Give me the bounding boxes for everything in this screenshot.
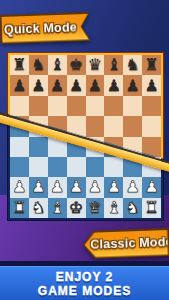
square-e2[interactable]: ♟ <box>86 177 105 197</box>
piece-black-pawn: ♟ <box>69 77 83 93</box>
piece-white-bishop: ♝ <box>50 199 64 215</box>
square-a8[interactable]: ♜ <box>10 55 29 75</box>
square-h2[interactable]: ♟ <box>142 177 161 197</box>
square-d7[interactable]: ♟ <box>67 75 86 95</box>
square-d6[interactable] <box>67 96 86 116</box>
square-f7[interactable]: ♟ <box>104 75 123 95</box>
square-e5[interactable] <box>86 116 105 136</box>
square-b1[interactable]: ♞ <box>29 198 48 218</box>
piece-black-bishop: ♝ <box>50 57 64 73</box>
square-h7[interactable]: ♟ <box>142 75 161 95</box>
quick-mode-banner-face: Quick Mode <box>1 13 89 42</box>
piece-white-king: ♚ <box>69 199 83 215</box>
quick-mode-label: Quick Mode <box>4 20 77 37</box>
square-d1[interactable]: ♚ <box>67 198 86 218</box>
classic-mode-banner[interactable]: Classic Mode <box>83 228 169 259</box>
app-screen: ♜♞♝♚♛♝♞♜♟♟♟♟♟♟♟♟♟♟♟♟♟♟♟♟♜♞♝♚♛♝♞♜ ♜♞♝♚♛♝♞… <box>0 0 169 300</box>
cta-line-1: ENJOY 2 <box>56 270 113 284</box>
piece-black-rook: ♜ <box>12 57 26 73</box>
piece-black-pawn: ♟ <box>12 77 26 93</box>
piece-white-bishop: ♝ <box>107 199 121 215</box>
square-c3[interactable] <box>48 157 67 177</box>
square-f6[interactable] <box>104 96 123 116</box>
square-g8[interactable]: ♞ <box>123 55 142 75</box>
piece-white-knight: ♞ <box>126 199 140 215</box>
piece-white-pawn: ♟ <box>144 179 158 195</box>
piece-white-pawn: ♟ <box>126 179 140 195</box>
square-d3[interactable] <box>67 157 86 177</box>
square-g5[interactable] <box>123 116 142 136</box>
square-e3[interactable] <box>86 157 105 177</box>
square-c2[interactable]: ♟ <box>48 177 67 197</box>
square-d8[interactable]: ♚ <box>67 55 86 75</box>
square-a1[interactable]: ♜ <box>10 198 29 218</box>
piece-white-rook: ♜ <box>12 199 26 215</box>
square-e1[interactable]: ♛ <box>86 198 105 218</box>
square-d2[interactable]: ♟ <box>67 177 86 197</box>
square-e7[interactable]: ♟ <box>86 75 105 95</box>
piece-black-knight: ♞ <box>31 57 45 73</box>
square-b7[interactable]: ♟ <box>29 75 48 95</box>
piece-black-bishop: ♝ <box>107 57 121 73</box>
square-h8[interactable]: ♜ <box>142 55 161 75</box>
square-b3[interactable] <box>29 157 48 177</box>
piece-black-king: ♚ <box>69 57 83 73</box>
square-a7[interactable]: ♟ <box>10 75 29 95</box>
piece-white-pawn: ♟ <box>31 179 45 195</box>
piece-white-pawn: ♟ <box>107 179 121 195</box>
piece-black-pawn: ♟ <box>126 77 140 93</box>
square-b4[interactable] <box>29 137 48 157</box>
piece-white-pawn: ♟ <box>50 179 64 195</box>
square-g6[interactable] <box>123 96 142 116</box>
piece-black-pawn: ♟ <box>107 77 121 93</box>
square-b6[interactable] <box>29 96 48 116</box>
piece-black-pawn: ♟ <box>31 77 45 93</box>
square-h1[interactable]: ♜ <box>142 198 161 218</box>
square-a4[interactable] <box>10 137 29 157</box>
piece-black-pawn: ♟ <box>88 77 102 93</box>
piece-white-rook: ♜ <box>144 199 158 215</box>
cta-bar: ENJOY 2 GAME MODES <box>0 266 169 300</box>
square-c6[interactable] <box>48 96 67 116</box>
piece-black-queen: ♛ <box>88 57 102 73</box>
square-f3[interactable] <box>104 157 123 177</box>
cta-line-2: GAME MODES <box>38 284 131 298</box>
square-a3[interactable] <box>10 157 29 177</box>
square-f1[interactable]: ♝ <box>104 198 123 218</box>
square-h5[interactable] <box>142 116 161 136</box>
piece-black-pawn: ♟ <box>50 77 64 93</box>
classic-mode-banner-outline: Classic Mode <box>83 228 169 259</box>
square-a6[interactable] <box>10 96 29 116</box>
piece-white-pawn: ♟ <box>69 179 83 195</box>
square-c7[interactable]: ♟ <box>48 75 67 95</box>
square-e8[interactable]: ♛ <box>86 55 105 75</box>
square-b2[interactable]: ♟ <box>29 177 48 197</box>
square-f8[interactable]: ♝ <box>104 55 123 75</box>
square-b8[interactable]: ♞ <box>29 55 48 75</box>
quick-mode-banner[interactable]: Quick Mode <box>0 12 90 44</box>
square-g7[interactable]: ♟ <box>123 75 142 95</box>
piece-white-pawn: ♟ <box>88 179 102 195</box>
square-c8[interactable]: ♝ <box>48 55 67 75</box>
piece-black-rook: ♜ <box>144 57 158 73</box>
classic-mode-banner-face: Classic Mode <box>84 230 168 258</box>
square-e6[interactable] <box>86 96 105 116</box>
square-c1[interactable]: ♝ <box>48 198 67 218</box>
piece-black-knight: ♞ <box>126 57 140 73</box>
classic-mode-label: Classic Mode <box>90 235 169 252</box>
square-f5[interactable] <box>104 116 123 136</box>
square-h6[interactable] <box>142 96 161 116</box>
piece-white-pawn: ♟ <box>12 179 26 195</box>
piece-white-knight: ♞ <box>31 199 45 215</box>
quick-mode-banner-outline: Quick Mode <box>0 12 90 44</box>
square-f2[interactable]: ♟ <box>104 177 123 197</box>
square-a2[interactable]: ♟ <box>10 177 29 197</box>
piece-black-pawn: ♟ <box>144 77 158 93</box>
square-g1[interactable]: ♞ <box>123 198 142 218</box>
piece-white-queen: ♛ <box>88 199 102 215</box>
square-g2[interactable]: ♟ <box>123 177 142 197</box>
